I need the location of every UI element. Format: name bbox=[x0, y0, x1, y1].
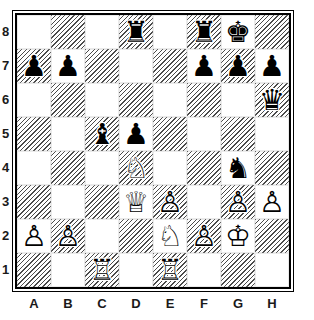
white-pawn-b2: ♙ bbox=[55, 219, 81, 253]
rank-label-4: 4 bbox=[0, 151, 11, 185]
square-g1 bbox=[221, 253, 255, 287]
rank-label-8: 8 bbox=[0, 15, 11, 49]
square-e3: ♙ bbox=[153, 185, 187, 219]
white-rook-e1: ♖ bbox=[157, 253, 183, 287]
square-c3 bbox=[85, 185, 119, 219]
square-d5: ♟ bbox=[119, 117, 153, 151]
square-c8 bbox=[85, 15, 119, 49]
square-g8: ♚ bbox=[221, 15, 255, 49]
square-a7: ♟ bbox=[17, 49, 51, 83]
square-a2: ♙ bbox=[17, 219, 51, 253]
square-b7: ♟ bbox=[51, 49, 85, 83]
square-e6 bbox=[153, 83, 187, 117]
file-label-B: B bbox=[51, 296, 85, 311]
white-pawn-f2: ♙ bbox=[191, 219, 217, 253]
chess-diagram: 87654321 ♜♜♚♟♟♟♟♟♛♝♟♘♞♕♙♙♙♙♙♘♙♔♖♖ ABCDEF… bbox=[0, 0, 314, 320]
square-g2: ♔ bbox=[221, 219, 255, 253]
square-b3 bbox=[51, 185, 85, 219]
square-h2 bbox=[255, 219, 289, 253]
file-label-H: H bbox=[255, 296, 289, 311]
square-b8 bbox=[51, 15, 85, 49]
white-king-g2: ♔ bbox=[225, 219, 251, 253]
square-f4 bbox=[187, 151, 221, 185]
square-e7 bbox=[153, 49, 187, 83]
square-b4 bbox=[51, 151, 85, 185]
square-g3: ♙ bbox=[221, 185, 255, 219]
square-f5 bbox=[187, 117, 221, 151]
square-c2 bbox=[85, 219, 119, 253]
square-h7: ♟ bbox=[255, 49, 289, 83]
file-label-E: E bbox=[153, 296, 187, 311]
square-g7: ♟ bbox=[221, 49, 255, 83]
file-label-D: D bbox=[119, 296, 153, 311]
square-d2 bbox=[119, 219, 153, 253]
square-c1: ♖ bbox=[85, 253, 119, 287]
square-b5 bbox=[51, 117, 85, 151]
rank-label-1: 1 bbox=[0, 253, 11, 287]
white-pawn-a2: ♙ bbox=[21, 219, 47, 253]
file-label-A: A bbox=[17, 296, 51, 311]
black-pawn-h7: ♟ bbox=[259, 49, 285, 83]
file-label-G: G bbox=[221, 296, 255, 311]
black-king-g8: ♚ bbox=[225, 15, 251, 49]
black-pawn-f7: ♟ bbox=[191, 49, 217, 83]
square-e1: ♖ bbox=[153, 253, 187, 287]
black-pawn-b7: ♟ bbox=[55, 49, 81, 83]
square-e4 bbox=[153, 151, 187, 185]
square-h6: ♛ bbox=[255, 83, 289, 117]
square-g5 bbox=[221, 117, 255, 151]
white-queen-d3: ♕ bbox=[123, 185, 149, 219]
white-knight-d4: ♘ bbox=[123, 151, 149, 185]
square-d8: ♜ bbox=[119, 15, 153, 49]
square-f1 bbox=[187, 253, 221, 287]
square-e2: ♘ bbox=[153, 219, 187, 253]
square-d6 bbox=[119, 83, 153, 117]
white-pawn-e3: ♙ bbox=[157, 185, 183, 219]
rank-label-3: 3 bbox=[0, 185, 11, 219]
white-pawn-g3: ♙ bbox=[225, 185, 251, 219]
square-d4: ♘ bbox=[119, 151, 153, 185]
square-c6 bbox=[85, 83, 119, 117]
black-knight-g4: ♞ bbox=[225, 151, 251, 185]
square-d1 bbox=[119, 253, 153, 287]
square-f6 bbox=[187, 83, 221, 117]
file-labels: ABCDEFGH bbox=[17, 296, 289, 311]
square-a6 bbox=[17, 83, 51, 117]
black-rook-f8: ♜ bbox=[191, 15, 217, 49]
square-f2: ♙ bbox=[187, 219, 221, 253]
board-frame: ♜♜♚♟♟♟♟♟♛♝♟♘♞♕♙♙♙♙♙♘♙♔♖♖ bbox=[12, 10, 294, 292]
square-a4 bbox=[17, 151, 51, 185]
square-b1 bbox=[51, 253, 85, 287]
rank-labels: 87654321 bbox=[0, 15, 11, 287]
square-d3: ♕ bbox=[119, 185, 153, 219]
square-h5 bbox=[255, 117, 289, 151]
square-e8 bbox=[153, 15, 187, 49]
square-b6 bbox=[51, 83, 85, 117]
file-label-C: C bbox=[85, 296, 119, 311]
square-g6 bbox=[221, 83, 255, 117]
black-pawn-a7: ♟ bbox=[21, 49, 47, 83]
square-g4: ♞ bbox=[221, 151, 255, 185]
white-knight-e2: ♘ bbox=[157, 219, 183, 253]
square-a1 bbox=[17, 253, 51, 287]
square-b2: ♙ bbox=[51, 219, 85, 253]
board-inner-border: ♜♜♚♟♟♟♟♟♛♝♟♘♞♕♙♙♙♙♙♘♙♔♖♖ bbox=[15, 13, 291, 289]
black-pawn-d5: ♟ bbox=[123, 117, 149, 151]
square-f8: ♜ bbox=[187, 15, 221, 49]
square-a3 bbox=[17, 185, 51, 219]
square-c5: ♝ bbox=[85, 117, 119, 151]
square-f3 bbox=[187, 185, 221, 219]
black-queen-h6: ♛ bbox=[259, 83, 285, 117]
square-h1 bbox=[255, 253, 289, 287]
square-h8 bbox=[255, 15, 289, 49]
chess-board: ♜♜♚♟♟♟♟♟♛♝♟♘♞♕♙♙♙♙♙♘♙♔♖♖ bbox=[17, 15, 289, 287]
black-pawn-g7: ♟ bbox=[225, 49, 251, 83]
square-d7 bbox=[119, 49, 153, 83]
rank-label-7: 7 bbox=[0, 49, 11, 83]
square-h3: ♙ bbox=[255, 185, 289, 219]
rank-label-2: 2 bbox=[0, 219, 11, 253]
square-h4 bbox=[255, 151, 289, 185]
rank-label-5: 5 bbox=[0, 117, 11, 151]
file-label-F: F bbox=[187, 296, 221, 311]
square-c4 bbox=[85, 151, 119, 185]
rank-label-6: 6 bbox=[0, 83, 11, 117]
black-bishop-c5: ♝ bbox=[89, 117, 115, 151]
square-a8 bbox=[17, 15, 51, 49]
square-e5 bbox=[153, 117, 187, 151]
square-c7 bbox=[85, 49, 119, 83]
square-a5 bbox=[17, 117, 51, 151]
white-rook-c1: ♖ bbox=[89, 253, 115, 287]
black-rook-d8: ♜ bbox=[123, 15, 149, 49]
square-f7: ♟ bbox=[187, 49, 221, 83]
white-pawn-h3: ♙ bbox=[259, 185, 285, 219]
